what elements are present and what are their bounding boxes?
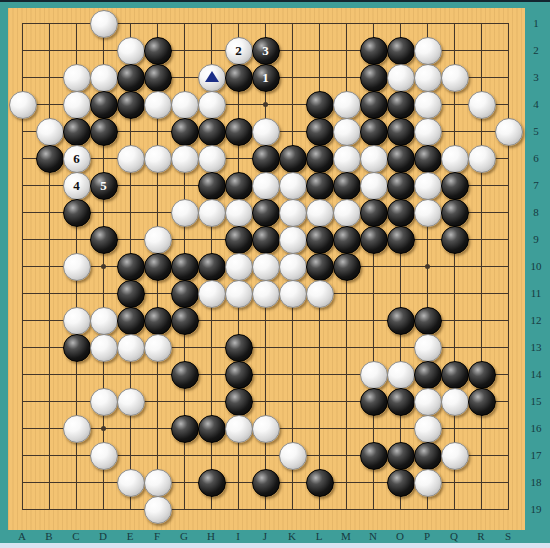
intersection-F7[interactable] bbox=[144, 172, 171, 199]
intersection-Q1[interactable] bbox=[441, 10, 468, 37]
intersection-I12[interactable] bbox=[225, 307, 252, 334]
intersection-B18[interactable] bbox=[36, 469, 63, 496]
white-stone bbox=[279, 226, 307, 254]
black-stone bbox=[333, 253, 361, 281]
intersection-D2[interactable] bbox=[90, 37, 117, 64]
intersection-G18[interactable] bbox=[171, 469, 198, 496]
intersection-N19[interactable] bbox=[360, 496, 387, 523]
intersection-A18[interactable] bbox=[9, 469, 36, 496]
intersection-P11[interactable] bbox=[414, 280, 441, 307]
intersection-O19[interactable] bbox=[387, 496, 414, 523]
intersection-A7[interactable] bbox=[9, 172, 36, 199]
intersection-N12[interactable] bbox=[360, 307, 387, 334]
intersection-M12[interactable] bbox=[333, 307, 360, 334]
black-stone bbox=[387, 37, 415, 65]
intersection-L17[interactable] bbox=[306, 442, 333, 469]
black-stone bbox=[63, 334, 91, 362]
intersection-A17[interactable] bbox=[9, 442, 36, 469]
intersection-L16[interactable] bbox=[306, 415, 333, 442]
intersection-Q12[interactable] bbox=[441, 307, 468, 334]
intersection-E17[interactable] bbox=[117, 442, 144, 469]
intersection-C2[interactable] bbox=[63, 37, 90, 64]
intersection-M18[interactable] bbox=[333, 469, 360, 496]
black-stone bbox=[144, 37, 172, 65]
column-label-J: J bbox=[255, 530, 275, 542]
intersection-S14[interactable] bbox=[495, 361, 522, 388]
intersection-H14[interactable] bbox=[198, 361, 225, 388]
white-stone bbox=[360, 145, 388, 173]
intersection-Q19[interactable] bbox=[441, 496, 468, 523]
column-label-S: S bbox=[498, 530, 518, 542]
intersection-Q2[interactable] bbox=[441, 37, 468, 64]
intersection-S17[interactable] bbox=[495, 442, 522, 469]
intersection-C14[interactable] bbox=[63, 361, 90, 388]
white-stone-N14 bbox=[360, 361, 387, 388]
intersection-R1[interactable] bbox=[468, 10, 495, 37]
intersection-P9[interactable] bbox=[414, 226, 441, 253]
black-stone-N15 bbox=[360, 388, 387, 415]
intersection-J4[interactable] bbox=[252, 91, 279, 118]
intersection-B7[interactable] bbox=[36, 172, 63, 199]
intersection-H2[interactable] bbox=[198, 37, 225, 64]
intersection-L1[interactable] bbox=[306, 10, 333, 37]
intersection-E14[interactable] bbox=[117, 361, 144, 388]
intersection-E5[interactable] bbox=[117, 118, 144, 145]
intersection-Q13[interactable] bbox=[441, 334, 468, 361]
intersection-N13[interactable] bbox=[360, 334, 387, 361]
column-label-G: G bbox=[174, 530, 194, 542]
intersection-F14[interactable] bbox=[144, 361, 171, 388]
intersection-K3[interactable] bbox=[279, 64, 306, 91]
intersection-F17[interactable] bbox=[144, 442, 171, 469]
intersection-I17[interactable] bbox=[225, 442, 252, 469]
black-stone-I15 bbox=[225, 388, 252, 415]
move-number-label: 6 bbox=[63, 145, 90, 172]
column-label-I: I bbox=[228, 530, 248, 542]
intersection-H17[interactable] bbox=[198, 442, 225, 469]
black-stone-L10 bbox=[306, 253, 333, 280]
intersection-D18[interactable] bbox=[90, 469, 117, 496]
black-stone-D5 bbox=[90, 118, 117, 145]
intersection-O16[interactable] bbox=[387, 415, 414, 442]
intersection-A5[interactable] bbox=[9, 118, 36, 145]
intersection-M1[interactable] bbox=[333, 10, 360, 37]
intersection-E8[interactable] bbox=[117, 199, 144, 226]
black-stone bbox=[360, 64, 388, 92]
black-stone-G14 bbox=[171, 361, 198, 388]
intersection-D6[interactable] bbox=[90, 145, 117, 172]
black-stone-Q8 bbox=[441, 199, 468, 226]
intersection-R17[interactable] bbox=[468, 442, 495, 469]
intersection-J15[interactable] bbox=[252, 388, 279, 415]
intersection-A6[interactable] bbox=[9, 145, 36, 172]
intersection-F16[interactable] bbox=[144, 415, 171, 442]
intersection-B12[interactable] bbox=[36, 307, 63, 334]
black-stone bbox=[387, 172, 415, 200]
intersection-A12[interactable] bbox=[9, 307, 36, 334]
intersection-Q11[interactable] bbox=[441, 280, 468, 307]
intersection-A19[interactable] bbox=[9, 496, 36, 523]
intersection-K2[interactable] bbox=[279, 37, 306, 64]
black-stone bbox=[144, 253, 172, 281]
intersection-L2[interactable] bbox=[306, 37, 333, 64]
intersection-R18[interactable] bbox=[468, 469, 495, 496]
intersection-E9[interactable] bbox=[117, 226, 144, 253]
intersection-J13[interactable] bbox=[252, 334, 279, 361]
white-stone bbox=[279, 280, 307, 308]
black-stone bbox=[225, 361, 253, 389]
intersection-B2[interactable] bbox=[36, 37, 63, 64]
intersection-R13[interactable] bbox=[468, 334, 495, 361]
intersection-L12[interactable] bbox=[306, 307, 333, 334]
white-stone bbox=[198, 199, 226, 227]
intersection-N10[interactable] bbox=[360, 253, 387, 280]
intersection-R10[interactable] bbox=[468, 253, 495, 280]
intersection-A15[interactable] bbox=[9, 388, 36, 415]
intersection-C18[interactable] bbox=[63, 469, 90, 496]
black-stone bbox=[90, 118, 118, 146]
intersection-L15[interactable] bbox=[306, 388, 333, 415]
white-stone-P8 bbox=[414, 199, 441, 226]
white-stone bbox=[387, 361, 415, 389]
intersection-H1[interactable] bbox=[198, 10, 225, 37]
black-stone bbox=[252, 145, 280, 173]
intersection-B3[interactable] bbox=[36, 64, 63, 91]
intersection-J19[interactable] bbox=[252, 496, 279, 523]
intersection-Q16[interactable] bbox=[441, 415, 468, 442]
intersection-S2[interactable] bbox=[495, 37, 522, 64]
intersection-A10[interactable] bbox=[9, 253, 36, 280]
intersection-Q4[interactable] bbox=[441, 91, 468, 118]
intersection-Q18[interactable] bbox=[441, 469, 468, 496]
intersection-R19[interactable] bbox=[468, 496, 495, 523]
intersection-E16[interactable] bbox=[117, 415, 144, 442]
intersection-G9[interactable] bbox=[171, 226, 198, 253]
intersection-K15[interactable] bbox=[279, 388, 306, 415]
intersection-B4[interactable] bbox=[36, 91, 63, 118]
white-stone bbox=[333, 91, 361, 119]
white-stone bbox=[117, 334, 145, 362]
intersection-S11[interactable] bbox=[495, 280, 522, 307]
intersection-B1[interactable] bbox=[36, 10, 63, 37]
intersection-L14[interactable] bbox=[306, 361, 333, 388]
intersection-R11[interactable] bbox=[468, 280, 495, 307]
black-stone bbox=[387, 199, 415, 227]
black-stone-I7 bbox=[225, 172, 252, 199]
white-stone-J10 bbox=[252, 253, 279, 280]
intersection-R5[interactable] bbox=[468, 118, 495, 145]
intersection-N16[interactable] bbox=[360, 415, 387, 442]
intersection-B15[interactable] bbox=[36, 388, 63, 415]
white-stone-C10 bbox=[63, 253, 90, 280]
white-stone bbox=[252, 172, 280, 200]
intersection-B14[interactable] bbox=[36, 361, 63, 388]
intersection-S4[interactable] bbox=[495, 91, 522, 118]
intersection-L19[interactable] bbox=[306, 496, 333, 523]
move-number-label: 4 bbox=[63, 172, 90, 199]
intersection-K5[interactable] bbox=[279, 118, 306, 145]
intersection-O13[interactable] bbox=[387, 334, 414, 361]
intersection-K19[interactable] bbox=[279, 496, 306, 523]
move-number-label: 5 bbox=[90, 172, 117, 199]
intersection-F15[interactable] bbox=[144, 388, 171, 415]
intersection-C9[interactable] bbox=[63, 226, 90, 253]
intersection-K13[interactable] bbox=[279, 334, 306, 361]
intersection-K16[interactable] bbox=[279, 415, 306, 442]
black-stone-E10 bbox=[117, 253, 144, 280]
white-stone-C7: 4 bbox=[63, 172, 90, 199]
intersection-R7[interactable] bbox=[468, 172, 495, 199]
intersection-D8[interactable] bbox=[90, 199, 117, 226]
intersection-R2[interactable] bbox=[468, 37, 495, 64]
intersection-O11[interactable] bbox=[387, 280, 414, 307]
white-stone-P4 bbox=[414, 91, 441, 118]
intersection-S16[interactable] bbox=[495, 415, 522, 442]
column-label-Q: Q bbox=[444, 530, 464, 542]
intersection-N11[interactable] bbox=[360, 280, 387, 307]
intersection-C1[interactable] bbox=[63, 10, 90, 37]
intersection-J1[interactable] bbox=[252, 10, 279, 37]
intersection-S13[interactable] bbox=[495, 334, 522, 361]
intersection-S18[interactable] bbox=[495, 469, 522, 496]
intersection-G15[interactable] bbox=[171, 388, 198, 415]
white-stone bbox=[90, 10, 118, 38]
black-stone bbox=[198, 118, 226, 146]
intersection-A8[interactable] bbox=[9, 199, 36, 226]
black-stone-F2 bbox=[144, 37, 171, 64]
black-stone-G12 bbox=[171, 307, 198, 334]
black-stone-N8 bbox=[360, 199, 387, 226]
intersection-S10[interactable] bbox=[495, 253, 522, 280]
black-stone bbox=[171, 307, 199, 335]
black-stone bbox=[117, 280, 145, 308]
intersection-H12[interactable] bbox=[198, 307, 225, 334]
intersection-H13[interactable] bbox=[198, 334, 225, 361]
white-stone bbox=[414, 64, 442, 92]
intersection-K12[interactable] bbox=[279, 307, 306, 334]
intersection-A13[interactable] bbox=[9, 334, 36, 361]
intersection-S6[interactable] bbox=[495, 145, 522, 172]
intersection-A2[interactable] bbox=[9, 37, 36, 64]
intersection-R3[interactable] bbox=[468, 64, 495, 91]
intersection-F8[interactable] bbox=[144, 199, 171, 226]
white-stone-Q15 bbox=[441, 388, 468, 415]
white-stone bbox=[441, 64, 469, 92]
intersection-K4[interactable] bbox=[279, 91, 306, 118]
intersection-N18[interactable] bbox=[360, 469, 387, 496]
intersection-E1[interactable] bbox=[117, 10, 144, 37]
black-stone-D4 bbox=[90, 91, 117, 118]
intersection-B11[interactable] bbox=[36, 280, 63, 307]
intersection-D19[interactable] bbox=[90, 496, 117, 523]
column-label-R: R bbox=[471, 530, 491, 542]
intersection-F5[interactable] bbox=[144, 118, 171, 145]
intersection-S15[interactable] bbox=[495, 388, 522, 415]
black-stone bbox=[252, 199, 280, 227]
intersection-R9[interactable] bbox=[468, 226, 495, 253]
intersection-S3[interactable] bbox=[495, 64, 522, 91]
white-stone-E18 bbox=[117, 469, 144, 496]
intersection-I18[interactable] bbox=[225, 469, 252, 496]
intersection-D16[interactable] bbox=[90, 415, 117, 442]
intersection-O10[interactable] bbox=[387, 253, 414, 280]
black-stone bbox=[414, 145, 442, 173]
intersection-R16[interactable] bbox=[468, 415, 495, 442]
intersection-F11[interactable] bbox=[144, 280, 171, 307]
black-stone-H16 bbox=[198, 415, 225, 442]
black-stone-Q7 bbox=[441, 172, 468, 199]
move-number-label: 1 bbox=[252, 64, 279, 91]
intersection-H9[interactable] bbox=[198, 226, 225, 253]
intersection-I6[interactable] bbox=[225, 145, 252, 172]
black-stone bbox=[225, 388, 253, 416]
row-label-4: 4 bbox=[524, 98, 548, 110]
intersection-S8[interactable] bbox=[495, 199, 522, 226]
intersection-B17[interactable] bbox=[36, 442, 63, 469]
triangle-marker-icon bbox=[205, 71, 219, 82]
intersection-M15[interactable] bbox=[333, 388, 360, 415]
intersection-J12[interactable] bbox=[252, 307, 279, 334]
intersection-G13[interactable] bbox=[171, 334, 198, 361]
intersection-A1[interactable] bbox=[9, 10, 36, 37]
black-stone-F10 bbox=[144, 253, 171, 280]
intersection-C19[interactable] bbox=[63, 496, 90, 523]
intersection-G3[interactable] bbox=[171, 64, 198, 91]
intersection-S19[interactable] bbox=[495, 496, 522, 523]
intersection-B19[interactable] bbox=[36, 496, 63, 523]
black-stone-E11 bbox=[117, 280, 144, 307]
black-stone-B6 bbox=[36, 145, 63, 172]
black-stone-J18 bbox=[252, 469, 279, 496]
intersection-P19[interactable] bbox=[414, 496, 441, 523]
intersection-E7[interactable] bbox=[117, 172, 144, 199]
intersection-S9[interactable] bbox=[495, 226, 522, 253]
intersection-Q5[interactable] bbox=[441, 118, 468, 145]
intersection-B16[interactable] bbox=[36, 415, 63, 442]
intersection-I19[interactable] bbox=[225, 496, 252, 523]
white-stone bbox=[414, 334, 442, 362]
intersection-Q10[interactable] bbox=[441, 253, 468, 280]
intersection-L3[interactable] bbox=[306, 64, 333, 91]
black-stone-G16 bbox=[171, 415, 198, 442]
black-stone-M7 bbox=[333, 172, 360, 199]
intersection-G1[interactable] bbox=[171, 10, 198, 37]
white-stone-I16 bbox=[225, 415, 252, 442]
black-stone-O9 bbox=[387, 226, 414, 253]
intersection-E19[interactable] bbox=[117, 496, 144, 523]
black-stone-K6 bbox=[279, 145, 306, 172]
intersection-M14[interactable] bbox=[333, 361, 360, 388]
intersection-S1[interactable] bbox=[495, 10, 522, 37]
intersection-A14[interactable] bbox=[9, 361, 36, 388]
black-stone bbox=[387, 442, 415, 470]
black-stone bbox=[198, 172, 226, 200]
row-label-3: 3 bbox=[524, 71, 548, 83]
intersection-J17[interactable] bbox=[252, 442, 279, 469]
black-stone-N5 bbox=[360, 118, 387, 145]
white-stone-B5 bbox=[36, 118, 63, 145]
intersection-G17[interactable] bbox=[171, 442, 198, 469]
white-stone-A4 bbox=[9, 91, 36, 118]
intersection-N1[interactable] bbox=[360, 10, 387, 37]
intersection-J14[interactable] bbox=[252, 361, 279, 388]
intersection-M17[interactable] bbox=[333, 442, 360, 469]
intersection-M3[interactable] bbox=[333, 64, 360, 91]
intersection-O1[interactable] bbox=[387, 10, 414, 37]
black-stone bbox=[171, 118, 199, 146]
intersection-R12[interactable] bbox=[468, 307, 495, 334]
white-stone-D1 bbox=[90, 10, 117, 37]
intersection-K1[interactable] bbox=[279, 10, 306, 37]
black-stone bbox=[117, 64, 145, 92]
intersection-B13[interactable] bbox=[36, 334, 63, 361]
intersection-S12[interactable] bbox=[495, 307, 522, 334]
black-stone bbox=[63, 199, 91, 227]
intersection-K18[interactable] bbox=[279, 469, 306, 496]
row-label-11: 11 bbox=[524, 287, 548, 299]
intersection-R8[interactable] bbox=[468, 199, 495, 226]
intersection-P1[interactable] bbox=[414, 10, 441, 37]
intersection-D10[interactable] bbox=[90, 253, 117, 280]
intersection-I4[interactable] bbox=[225, 91, 252, 118]
intersection-I1[interactable] bbox=[225, 10, 252, 37]
white-stone bbox=[171, 145, 199, 173]
intersection-G7[interactable] bbox=[171, 172, 198, 199]
black-stone bbox=[279, 145, 307, 173]
intersection-A16[interactable] bbox=[9, 415, 36, 442]
intersection-A3[interactable] bbox=[9, 64, 36, 91]
intersection-G19[interactable] bbox=[171, 496, 198, 523]
intersection-B10[interactable] bbox=[36, 253, 63, 280]
intersection-C11[interactable] bbox=[63, 280, 90, 307]
black-stone bbox=[360, 442, 388, 470]
intersection-G2[interactable] bbox=[171, 37, 198, 64]
white-stone bbox=[333, 145, 361, 173]
intersection-M19[interactable] bbox=[333, 496, 360, 523]
intersection-A9[interactable] bbox=[9, 226, 36, 253]
intersection-P10[interactable] bbox=[414, 253, 441, 280]
intersection-D11[interactable] bbox=[90, 280, 117, 307]
intersection-B9[interactable] bbox=[36, 226, 63, 253]
intersection-L13[interactable] bbox=[306, 334, 333, 361]
intersection-M13[interactable] bbox=[333, 334, 360, 361]
white-stone-P2 bbox=[414, 37, 441, 64]
intersection-H15[interactable] bbox=[198, 388, 225, 415]
white-stone-K10 bbox=[279, 253, 306, 280]
white-stone-I2: 2 bbox=[225, 37, 252, 64]
black-stone-O17 bbox=[387, 442, 414, 469]
intersection-D14[interactable] bbox=[90, 361, 117, 388]
intersection-F1[interactable] bbox=[144, 10, 171, 37]
intersection-C15[interactable] bbox=[63, 388, 90, 415]
black-stone bbox=[306, 91, 334, 119]
black-stone-L6 bbox=[306, 145, 333, 172]
intersection-K14[interactable] bbox=[279, 361, 306, 388]
intersection-S7[interactable] bbox=[495, 172, 522, 199]
intersection-A11[interactable] bbox=[9, 280, 36, 307]
white-stone-E2 bbox=[117, 37, 144, 64]
white-stone bbox=[306, 280, 334, 308]
black-stone-J3: 1 bbox=[252, 64, 279, 91]
intersection-M11[interactable] bbox=[333, 280, 360, 307]
intersection-C17[interactable] bbox=[63, 442, 90, 469]
intersection-H19[interactable] bbox=[198, 496, 225, 523]
black-stone-J8 bbox=[252, 199, 279, 226]
white-stone-I10 bbox=[225, 253, 252, 280]
intersection-M16[interactable] bbox=[333, 415, 360, 442]
intersection-B8[interactable] bbox=[36, 199, 63, 226]
intersection-M2[interactable] bbox=[333, 37, 360, 64]
